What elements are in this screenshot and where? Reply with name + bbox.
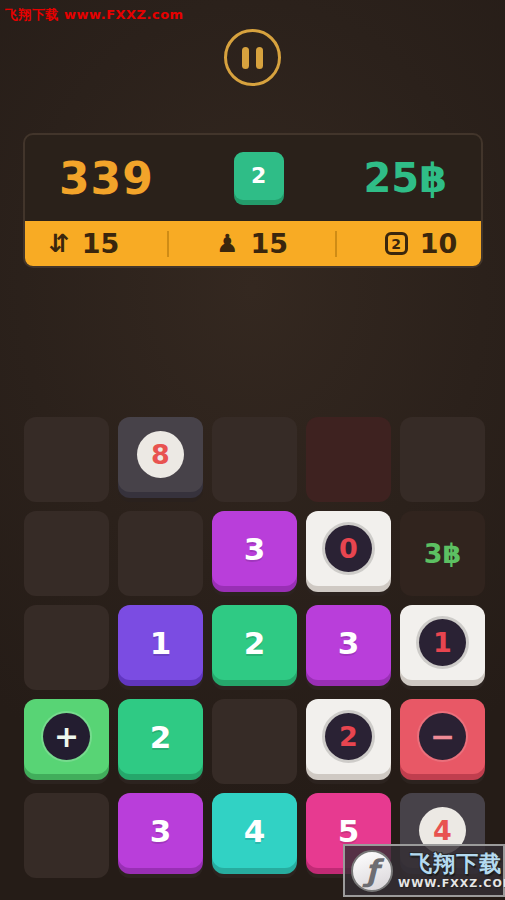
powerup-box2[interactable]: 2 10	[385, 228, 458, 259]
counter-tile[interactable]: 1	[400, 605, 485, 680]
cell-r3-c2-empty[interactable]	[212, 699, 297, 784]
cell-r0-c3-empty_red[interactable]	[306, 417, 391, 502]
watermark-top: 飞翔下载 www.FXXZ.com	[5, 6, 184, 24]
minus-circle: −	[419, 713, 466, 760]
pause-icon	[242, 47, 249, 69]
powerup-swap-count: 15	[82, 228, 120, 259]
number-tile-2[interactable]: 2	[212, 605, 297, 680]
powerup-bar: ⇵ 15 ♟ 15 2 10	[25, 221, 481, 266]
game-screen: 飞翔下载 www.FXXZ.com 339 2 25฿ ⇵ 15 ♟ 15 2	[0, 0, 505, 900]
divider	[335, 231, 337, 257]
next-tile-value: 2	[251, 163, 266, 188]
score-panel: 339 2 25฿ ⇵ 15 ♟ 15 2 10	[23, 133, 483, 268]
coin-bonus-label: 3฿	[424, 538, 462, 569]
watermark-bottom: ƒ 飞翔下载 WWW.FXXZ.COM	[343, 844, 505, 897]
plus-circle: +	[43, 713, 90, 760]
tile-value: 1	[150, 625, 172, 661]
cell-r4-c0-empty[interactable]	[24, 793, 109, 878]
score-value: 339	[59, 153, 154, 204]
watermark-url: WWW.FXXZ.COM	[398, 878, 505, 889]
cell-r2-c0-empty[interactable]	[24, 605, 109, 690]
stone-circle: 8	[137, 431, 184, 478]
powerup-box2-count: 10	[420, 228, 458, 259]
tile-value: 3	[338, 625, 360, 661]
plus-tile[interactable]: +	[24, 699, 109, 774]
tile-value: 0	[339, 533, 358, 564]
number-tile-4[interactable]: 4	[212, 793, 297, 868]
powerup-swap[interactable]: ⇵ 15	[49, 228, 120, 259]
cell-r0-c4-empty[interactable]	[400, 417, 485, 502]
tile-value: 8	[151, 439, 170, 470]
cell-r0-c1-stone-8[interactable]: 8	[118, 417, 203, 502]
minus-tile[interactable]: −	[400, 699, 485, 774]
tile-value: 3	[150, 813, 172, 849]
fxxz-logo-icon: ƒ	[351, 850, 393, 892]
watermark-title: 飞翔下载	[410, 853, 502, 875]
cell-r3-c3-counter-2[interactable]: 2	[306, 699, 391, 784]
tile-value: −	[430, 722, 455, 752]
stone-tile[interactable]: 8	[118, 417, 203, 492]
counter-tile[interactable]: 0	[306, 511, 391, 586]
counter-circle: 2	[325, 713, 372, 760]
powerup-pawn[interactable]: ♟ 15	[216, 228, 288, 259]
next-tile-preview: 2	[234, 152, 284, 200]
coin-balance: 25฿	[363, 155, 447, 201]
cell-r1-c4-bonus-3฿[interactable]: 3฿	[400, 511, 485, 596]
pause-button[interactable]	[224, 29, 281, 86]
tile-value: 2	[244, 625, 266, 661]
cell-r4-c1-num-3[interactable]: 3	[118, 793, 203, 878]
divider	[167, 231, 169, 257]
cell-r0-c0-empty[interactable]	[24, 417, 109, 502]
box-2-icon: 2	[385, 232, 408, 255]
powerup-pawn-count: 15	[250, 228, 288, 259]
cell-r2-c3-num-3[interactable]: 3	[306, 605, 391, 690]
cell-r2-c2-num-2[interactable]: 2	[212, 605, 297, 690]
pause-icon	[256, 47, 263, 69]
cell-r3-c0-plus-+[interactable]: +	[24, 699, 109, 784]
counter-circle: 1	[419, 619, 466, 666]
number-tile-3[interactable]: 3	[306, 605, 391, 680]
score-panel-top: 339 2 25฿	[25, 135, 481, 221]
pawn-icon: ♟	[216, 231, 238, 256]
counter-tile[interactable]: 2	[306, 699, 391, 774]
tile-value: 2	[150, 719, 172, 755]
swap-arrows-icon: ⇵	[49, 231, 70, 256]
tile-value: +	[54, 722, 79, 752]
cell-r1-c1-empty[interactable]	[118, 511, 203, 596]
tile-value: 1	[433, 627, 452, 658]
cell-r2-c4-counter-1[interactable]: 1	[400, 605, 485, 690]
cell-r3-c1-num-2[interactable]: 2	[118, 699, 203, 784]
cell-r0-c2-empty[interactable]	[212, 417, 297, 502]
cell-r2-c1-num-1[interactable]: 1	[118, 605, 203, 690]
cell-r1-c2-num-3[interactable]: 3	[212, 511, 297, 596]
tile-value: 4	[433, 815, 452, 846]
cell-r3-c4-minus-−[interactable]: −	[400, 699, 485, 784]
number-tile-3[interactable]: 3	[118, 793, 203, 868]
number-tile-1[interactable]: 1	[118, 605, 203, 680]
counter-circle: 0	[325, 525, 372, 572]
cell-r1-c3-counter-0[interactable]: 0	[306, 511, 391, 596]
cell-r1-c0-empty[interactable]	[24, 511, 109, 596]
number-tile-2[interactable]: 2	[118, 699, 203, 774]
tile-value: 2	[339, 721, 358, 752]
tile-value: 3	[244, 531, 266, 567]
number-tile-3[interactable]: 3	[212, 511, 297, 586]
game-board: 8303฿1231+22−3454	[24, 417, 485, 878]
cell-r4-c2-num-4[interactable]: 4	[212, 793, 297, 878]
tile-value: 4	[244, 813, 266, 849]
